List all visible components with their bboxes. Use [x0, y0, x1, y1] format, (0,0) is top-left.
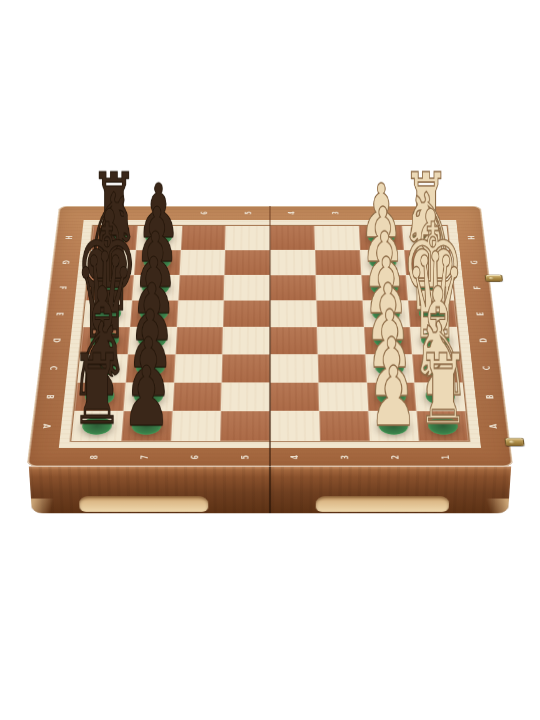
case-front-face: [29, 467, 511, 514]
chessboard: HHGGFFEEDDCCBBAA8877665544332211 ♜♞♝♚♛♝♞…: [27, 206, 514, 467]
rank-label-top-6: 6: [200, 211, 209, 214]
square-h3: [314, 226, 359, 250]
rank-label-top-3: 3: [331, 211, 340, 214]
front-bevel-right: [483, 499, 510, 514]
white-pawn-icon: ♟: [345, 355, 443, 437]
square-h5: [225, 226, 270, 250]
square-h6: [180, 226, 225, 250]
rank-label-top-2: 2: [375, 211, 384, 214]
rank-label-top-1: 1: [419, 211, 428, 214]
rank-label-top-7: 7: [156, 211, 165, 214]
product-photo-chess-set: HHGGFFEEDDCCBBAA8877665544332211 ♜♞♝♚♛♝♞…: [0, 0, 540, 720]
board-scene: HHGGFFEEDDCCBBAA8877665544332211 ♜♞♝♚♛♝♞…: [44, 101, 496, 553]
rank-label-top-4: 4: [287, 211, 296, 214]
square-g6: [179, 250, 225, 275]
front-fold-seam: [269, 467, 271, 514]
rank-label-top-5: 5: [244, 211, 253, 214]
square-g5: [225, 250, 270, 275]
square-f4: [270, 275, 316, 301]
brass-latch-lower-icon: [504, 438, 524, 446]
front-bevel-left: [31, 499, 58, 514]
square-g3: [315, 250, 361, 275]
square-h4: [270, 226, 315, 250]
square-f5: [224, 275, 270, 301]
square-e4: [270, 301, 317, 327]
black-pawn-icon: ♟: [98, 355, 196, 437]
front-handle-groove-right: [315, 496, 449, 512]
square-g4: [270, 250, 315, 275]
square-e5: [223, 301, 270, 327]
front-handle-groove-left: [79, 496, 208, 512]
rank-label-top-8: 8: [112, 211, 121, 214]
